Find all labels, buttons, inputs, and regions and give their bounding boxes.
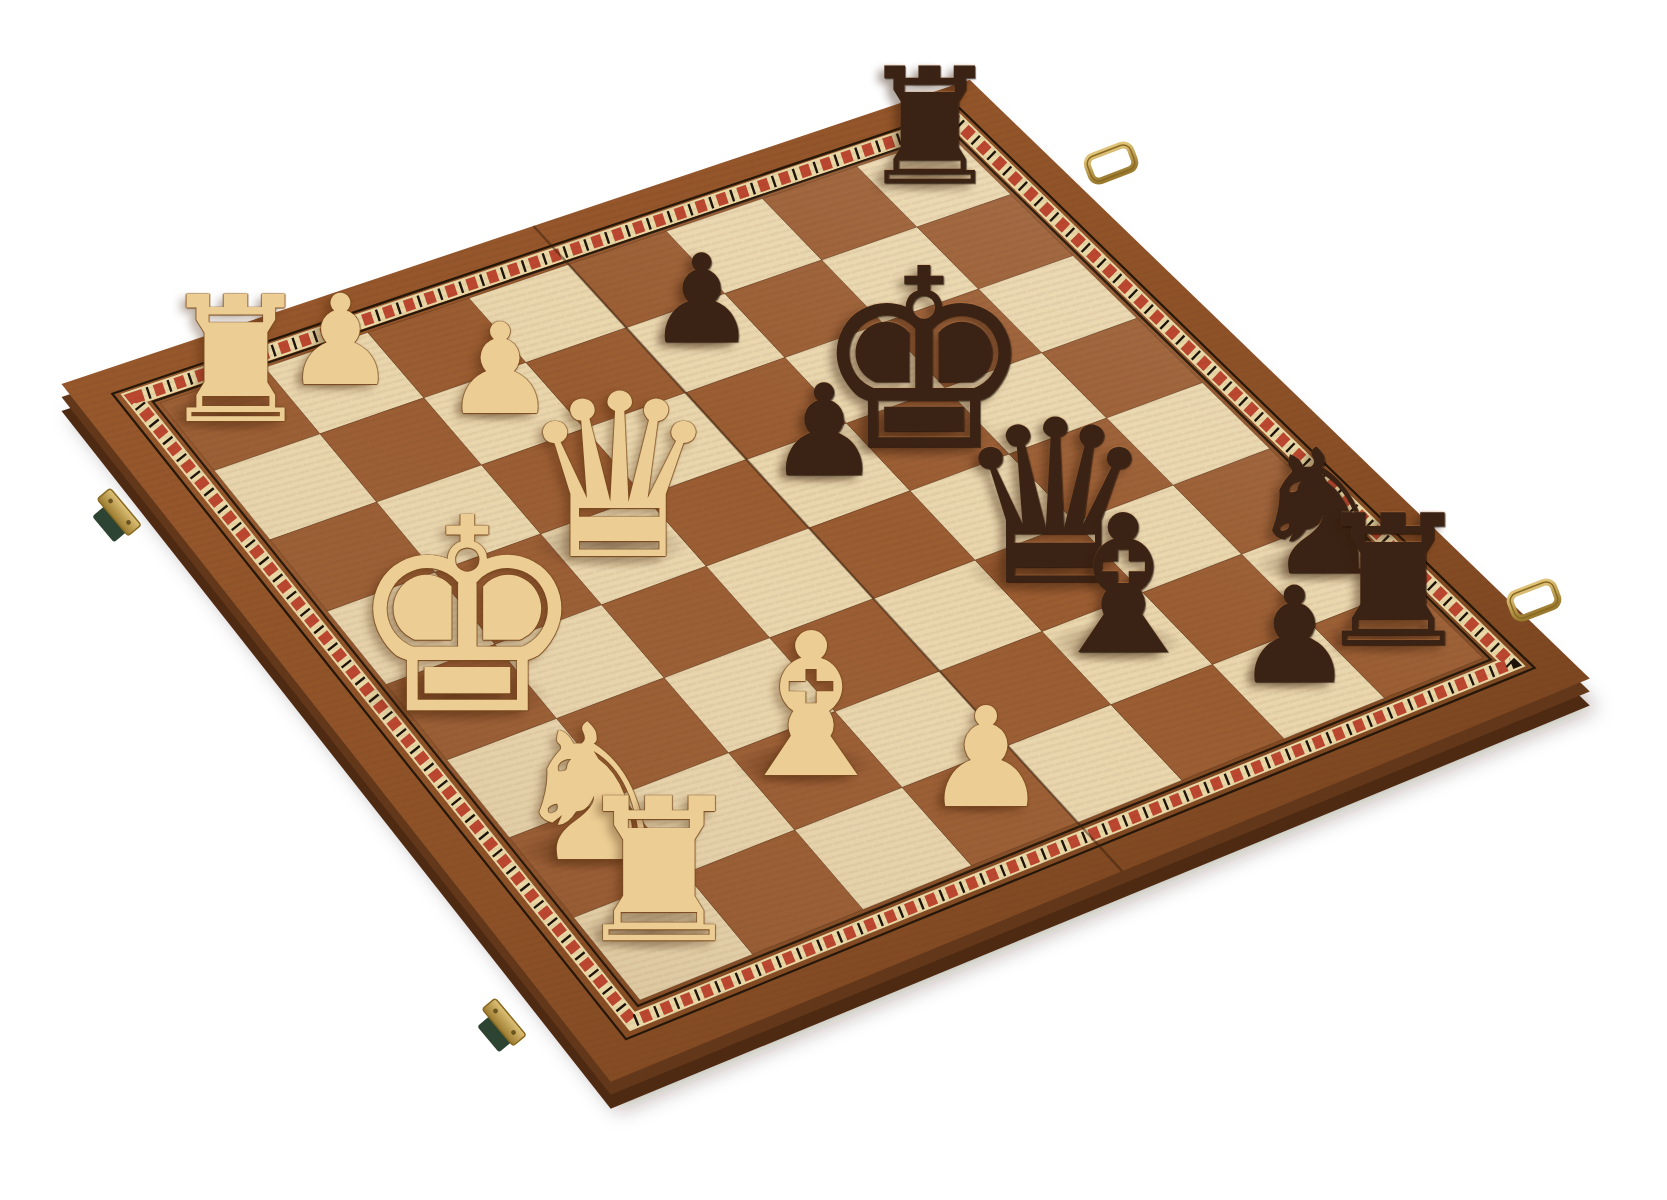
chess-board [0, 0, 1667, 1200]
wood-grain [62, 80, 1590, 1082]
catch-loop-top [1085, 143, 1137, 184]
latch-bottom [471, 998, 526, 1055]
catch-loop-right [1508, 580, 1560, 621]
scene: ♜♟♟♛♚♞♝♜♟♜♟♟♚♛♝♞♟♜ [0, 0, 1667, 1200]
